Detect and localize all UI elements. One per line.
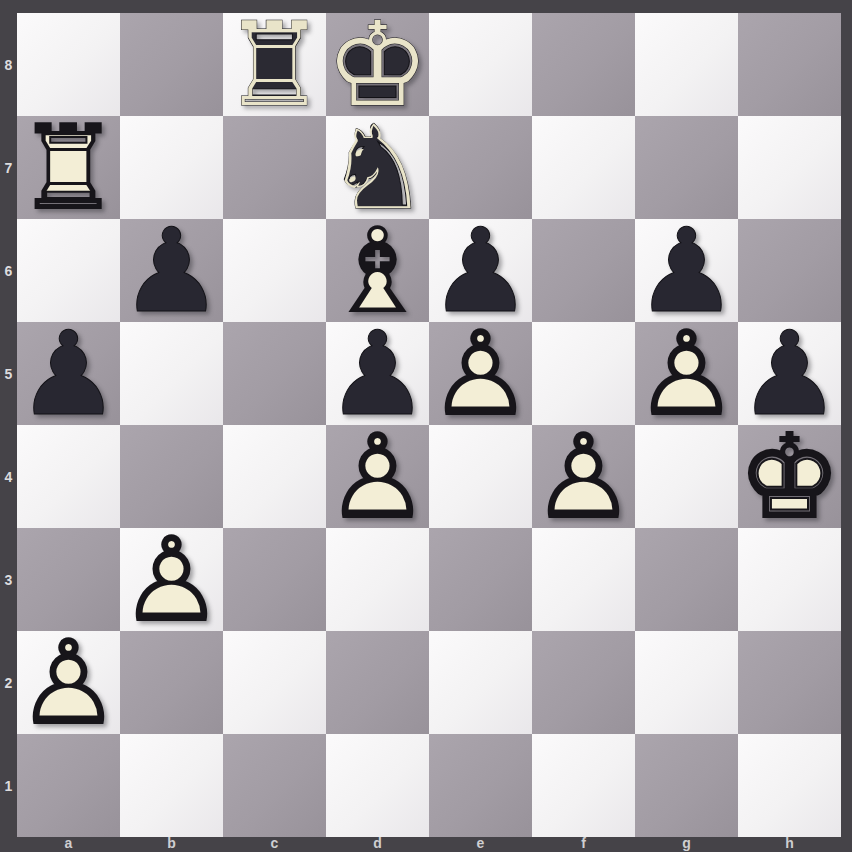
rank-label-8: 8 xyxy=(0,13,17,116)
piece-glyph-outline: ♙ xyxy=(17,322,120,425)
square-c2[interactable] xyxy=(223,631,326,734)
piece-white-pawn[interactable]: ♟♙ xyxy=(17,631,120,734)
piece-glyph-outline: ♙ xyxy=(17,631,120,734)
square-e8[interactable] xyxy=(429,13,532,116)
square-c8[interactable]: ♜♖ xyxy=(223,13,326,116)
square-b2[interactable] xyxy=(120,631,223,734)
square-g2[interactable] xyxy=(635,631,738,734)
square-f6[interactable] xyxy=(532,219,635,322)
square-c3[interactable] xyxy=(223,528,326,631)
square-b3[interactable]: ♟♙ xyxy=(120,528,223,631)
square-h8[interactable] xyxy=(738,13,841,116)
square-f1[interactable] xyxy=(532,734,635,837)
chess-board: ♜♖♚♔♜♖♞♘♟♙♝♗♟♙♟♙♟♙♟♙♟♙♟♙♟♙♟♙♟♙♚♔♟♙♟♙ xyxy=(17,13,841,837)
piece-white-pawn[interactable]: ♟♙ xyxy=(120,528,223,631)
piece-glyph-outline: ♙ xyxy=(635,322,738,425)
square-g1[interactable] xyxy=(635,734,738,837)
square-h1[interactable] xyxy=(738,734,841,837)
square-c4[interactable] xyxy=(223,425,326,528)
square-a7[interactable]: ♜♖ xyxy=(17,116,120,219)
file-label-b: b xyxy=(120,835,223,852)
piece-white-king[interactable]: ♚♔ xyxy=(738,425,841,528)
square-e5[interactable]: ♟♙ xyxy=(429,322,532,425)
piece-glyph-outline: ♙ xyxy=(120,528,223,631)
piece-glyph-outline: ♙ xyxy=(532,425,635,528)
piece-glyph-outline: ♖ xyxy=(17,116,120,219)
square-g3[interactable] xyxy=(635,528,738,631)
rank-labels: 87654321 xyxy=(0,13,17,837)
piece-white-pawn[interactable]: ♟♙ xyxy=(532,425,635,528)
square-e2[interactable] xyxy=(429,631,532,734)
square-c5[interactable] xyxy=(223,322,326,425)
rank-label-2: 2 xyxy=(0,631,17,734)
piece-white-pawn[interactable]: ♟♙ xyxy=(635,322,738,425)
piece-white-pawn[interactable]: ♟♙ xyxy=(326,425,429,528)
square-h7[interactable] xyxy=(738,116,841,219)
piece-glyph-outline: ♙ xyxy=(429,322,532,425)
file-label-f: f xyxy=(532,835,635,852)
square-f7[interactable] xyxy=(532,116,635,219)
piece-black-rook[interactable]: ♜♖ xyxy=(223,13,326,116)
piece-black-pawn[interactable]: ♟♙ xyxy=(17,322,120,425)
square-b8[interactable] xyxy=(120,13,223,116)
square-c1[interactable] xyxy=(223,734,326,837)
square-a5[interactable]: ♟♙ xyxy=(17,322,120,425)
square-h2[interactable] xyxy=(738,631,841,734)
file-label-h: h xyxy=(738,835,841,852)
square-a2[interactable]: ♟♙ xyxy=(17,631,120,734)
rank-label-7: 7 xyxy=(0,116,17,219)
piece-glyph-outline: ♔ xyxy=(738,425,841,528)
square-d4[interactable]: ♟♙ xyxy=(326,425,429,528)
rank-label-4: 4 xyxy=(0,425,17,528)
rank-label-6: 6 xyxy=(0,219,17,322)
piece-glyph-outline: ♖ xyxy=(223,13,326,116)
square-c6[interactable] xyxy=(223,219,326,322)
square-b5[interactable] xyxy=(120,322,223,425)
square-g5[interactable]: ♟♙ xyxy=(635,322,738,425)
piece-white-pawn[interactable]: ♟♙ xyxy=(429,322,532,425)
file-label-c: c xyxy=(223,835,326,852)
square-c7[interactable] xyxy=(223,116,326,219)
square-d3[interactable] xyxy=(326,528,429,631)
square-d1[interactable] xyxy=(326,734,429,837)
square-b1[interactable] xyxy=(120,734,223,837)
file-label-g: g xyxy=(635,835,738,852)
chess-board-frame: ♜♖♚♔♜♖♞♘♟♙♝♗♟♙♟♙♟♙♟♙♟♙♟♙♟♙♟♙♟♙♚♔♟♙♟♙ 876… xyxy=(0,0,852,852)
piece-black-pawn[interactable]: ♟♙ xyxy=(120,219,223,322)
piece-white-rook[interactable]: ♜♖ xyxy=(17,116,120,219)
square-a1[interactable] xyxy=(17,734,120,837)
square-a4[interactable] xyxy=(17,425,120,528)
square-b6[interactable]: ♟♙ xyxy=(120,219,223,322)
square-d2[interactable] xyxy=(326,631,429,734)
square-f3[interactable] xyxy=(532,528,635,631)
rank-label-3: 3 xyxy=(0,528,17,631)
file-label-a: a xyxy=(17,835,120,852)
square-g8[interactable] xyxy=(635,13,738,116)
square-f4[interactable]: ♟♙ xyxy=(532,425,635,528)
square-h3[interactable] xyxy=(738,528,841,631)
piece-glyph-outline: ♙ xyxy=(120,219,223,322)
square-e3[interactable] xyxy=(429,528,532,631)
file-labels: abcdefgh xyxy=(17,835,841,852)
square-f2[interactable] xyxy=(532,631,635,734)
file-label-d: d xyxy=(326,835,429,852)
piece-glyph-outline: ♙ xyxy=(326,425,429,528)
file-label-e: e xyxy=(429,835,532,852)
rank-label-5: 5 xyxy=(0,322,17,425)
square-h4[interactable]: ♚♔ xyxy=(738,425,841,528)
square-g4[interactable] xyxy=(635,425,738,528)
rank-label-1: 1 xyxy=(0,734,17,837)
square-f8[interactable] xyxy=(532,13,635,116)
square-e4[interactable] xyxy=(429,425,532,528)
square-e1[interactable] xyxy=(429,734,532,837)
